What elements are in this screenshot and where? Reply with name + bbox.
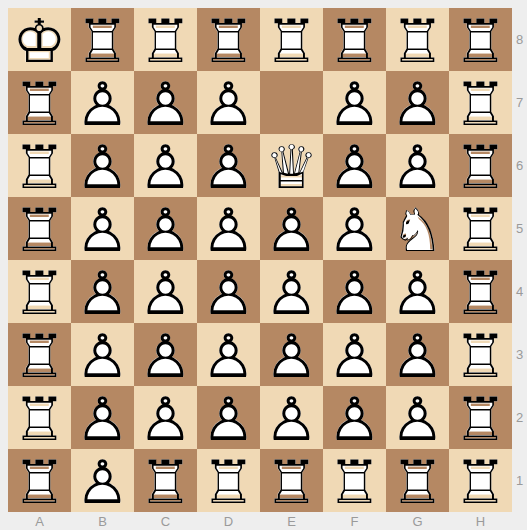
white-pawn-icon: ♟♙: [197, 260, 260, 323]
white-pawn-outline: ♙: [134, 71, 197, 134]
white-knight-icon: ♞♘: [386, 197, 449, 260]
white-pawn-outline: ♙: [71, 323, 134, 386]
square-a8[interactable]: ♚♔: [8, 8, 71, 71]
white-pawn-icon: ♟♙: [386, 323, 449, 386]
rank-label-6: 6: [512, 134, 527, 197]
white-rook-outline: ♖: [8, 260, 71, 323]
square-b5[interactable]: ♟♙: [71, 197, 134, 260]
white-rook-outline: ♖: [8, 449, 71, 512]
white-pawn-icon: ♟♙: [197, 386, 260, 449]
white-pawn-icon: ♟♙: [323, 386, 386, 449]
rank-label-5: 5: [512, 197, 527, 260]
white-pawn-outline: ♙: [323, 386, 386, 449]
white-pawn-outline: ♙: [386, 260, 449, 323]
white-rook-icon: ♜♖: [449, 260, 512, 323]
white-rook-icon: ♜♖: [323, 8, 386, 71]
white-rook-outline: ♖: [449, 71, 512, 134]
square-a5[interactable]: ♜♖: [8, 197, 71, 260]
white-pawn-outline: ♙: [71, 71, 134, 134]
square-d2[interactable]: ♟♙: [197, 386, 260, 449]
file-label-e: E: [260, 512, 323, 530]
white-rook-icon: ♜♖: [8, 197, 71, 260]
square-e6[interactable]: ♛♕: [260, 134, 323, 197]
square-a3[interactable]: ♜♖: [8, 323, 71, 386]
white-pawn-outline: ♙: [71, 197, 134, 260]
rank-label-4: 4: [512, 260, 527, 323]
square-h7[interactable]: ♜♖: [449, 71, 512, 134]
white-rook-icon: ♜♖: [449, 8, 512, 71]
square-f8[interactable]: ♜♖: [323, 8, 386, 71]
white-rook-outline: ♖: [8, 323, 71, 386]
square-f6[interactable]: ♟♙: [323, 134, 386, 197]
white-pawn-icon: ♟♙: [323, 134, 386, 197]
white-pawn-outline: ♙: [260, 197, 323, 260]
white-pawn-icon: ♟♙: [134, 260, 197, 323]
white-pawn-outline: ♙: [71, 134, 134, 197]
white-pawn-icon: ♟♙: [323, 71, 386, 134]
white-pawn-icon: ♟♙: [71, 260, 134, 323]
white-pawn-outline: ♙: [323, 71, 386, 134]
white-pawn-icon: ♟♙: [71, 449, 134, 512]
square-d6[interactable]: ♟♙: [197, 134, 260, 197]
white-pawn-outline: ♙: [323, 260, 386, 323]
white-rook-outline: ♖: [449, 134, 512, 197]
rank-label-8: 8: [512, 8, 527, 71]
white-pawn-outline: ♙: [197, 134, 260, 197]
chess-board: ♚♔♜♖♜♖♜♖♜♖♜♖♜♖♜♖♜♖♟♙♟♙♟♙♟♙♟♙♜♖♜♖♟♙♟♙♟♙♛♕…: [8, 8, 512, 512]
white-pawn-outline: ♙: [197, 197, 260, 260]
square-e7[interactable]: [260, 71, 323, 134]
square-b2[interactable]: ♟♙: [71, 386, 134, 449]
square-g2[interactable]: ♟♙: [386, 386, 449, 449]
file-label-f: F: [323, 512, 386, 530]
square-c2[interactable]: ♟♙: [134, 386, 197, 449]
square-e5[interactable]: ♟♙: [260, 197, 323, 260]
white-rook-outline: ♖: [197, 449, 260, 512]
square-h4[interactable]: ♜♖: [449, 260, 512, 323]
square-h1[interactable]: ♜♖: [449, 449, 512, 512]
white-pawn-outline: ♙: [71, 386, 134, 449]
square-e4[interactable]: ♟♙: [260, 260, 323, 323]
square-g1[interactable]: ♜♖: [386, 449, 449, 512]
white-pawn-icon: ♟♙: [197, 71, 260, 134]
square-h2[interactable]: ♜♖: [449, 386, 512, 449]
square-h6[interactable]: ♜♖: [449, 134, 512, 197]
white-pawn-outline: ♙: [260, 323, 323, 386]
file-label-h: H: [449, 512, 512, 530]
white-pawn-outline: ♙: [323, 134, 386, 197]
white-pawn-outline: ♙: [386, 386, 449, 449]
white-pawn-icon: ♟♙: [386, 134, 449, 197]
white-rook-outline: ♖: [323, 449, 386, 512]
white-rook-outline: ♖: [260, 8, 323, 71]
white-pawn-icon: ♟♙: [134, 323, 197, 386]
square-a6[interactable]: ♜♖: [8, 134, 71, 197]
white-pawn-icon: ♟♙: [260, 386, 323, 449]
white-pawn-icon: ♟♙: [323, 323, 386, 386]
square-c7[interactable]: ♟♙: [134, 71, 197, 134]
square-d7[interactable]: ♟♙: [197, 71, 260, 134]
white-rook-icon: ♜♖: [386, 8, 449, 71]
white-rook-icon: ♜♖: [260, 449, 323, 512]
white-king-icon: ♚♔: [8, 8, 71, 71]
white-pawn-icon: ♟♙: [197, 134, 260, 197]
square-d1[interactable]: ♜♖: [197, 449, 260, 512]
square-a2[interactable]: ♜♖: [8, 386, 71, 449]
white-rook-outline: ♖: [8, 197, 71, 260]
white-pawn-outline: ♙: [71, 260, 134, 323]
square-f3[interactable]: ♟♙: [323, 323, 386, 386]
white-pawn-outline: ♙: [197, 260, 260, 323]
white-pawn-outline: ♙: [134, 386, 197, 449]
white-rook-outline: ♖: [449, 323, 512, 386]
white-rook-outline: ♖: [449, 449, 512, 512]
white-rook-icon: ♜♖: [449, 71, 512, 134]
rank-label-3: 3: [512, 323, 527, 386]
square-c5[interactable]: ♟♙: [134, 197, 197, 260]
white-pawn-outline: ♙: [260, 386, 323, 449]
square-e2[interactable]: ♟♙: [260, 386, 323, 449]
white-rook-icon: ♜♖: [134, 8, 197, 71]
white-queen-outline: ♕: [260, 134, 323, 197]
white-pawn-outline: ♙: [134, 323, 197, 386]
white-rook-icon: ♜♖: [386, 449, 449, 512]
white-pawn-icon: ♟♙: [71, 197, 134, 260]
white-rook-outline: ♖: [449, 8, 512, 71]
white-pawn-icon: ♟♙: [197, 323, 260, 386]
white-rook-outline: ♖: [386, 8, 449, 71]
white-rook-outline: ♖: [71, 8, 134, 71]
square-d3[interactable]: ♟♙: [197, 323, 260, 386]
square-g7[interactable]: ♟♙: [386, 71, 449, 134]
white-pawn-icon: ♟♙: [71, 386, 134, 449]
rank-label-7: 7: [512, 71, 527, 134]
white-pawn-outline: ♙: [134, 260, 197, 323]
white-rook-outline: ♖: [8, 71, 71, 134]
white-rook-outline: ♖: [323, 8, 386, 71]
white-rook-icon: ♜♖: [8, 449, 71, 512]
white-pawn-outline: ♙: [260, 260, 323, 323]
white-rook-outline: ♖: [449, 197, 512, 260]
square-g6[interactable]: ♟♙: [386, 134, 449, 197]
white-pawn-icon: ♟♙: [134, 71, 197, 134]
white-rook-outline: ♖: [8, 386, 71, 449]
white-rook-icon: ♜♖: [197, 449, 260, 512]
white-pawn-outline: ♙: [197, 386, 260, 449]
white-rook-icon: ♜♖: [449, 386, 512, 449]
white-queen-icon: ♛♕: [260, 134, 323, 197]
white-rook-outline: ♖: [386, 449, 449, 512]
white-rook-outline: ♖: [449, 260, 512, 323]
file-label-d: D: [197, 512, 260, 530]
square-h5[interactable]: ♜♖: [449, 197, 512, 260]
white-pawn-outline: ♙: [386, 71, 449, 134]
white-pawn-outline: ♙: [197, 323, 260, 386]
chess-app: ♚♔♜♖♜♖♜♖♜♖♜♖♜♖♜♖♜♖♟♙♟♙♟♙♟♙♟♙♜♖♜♖♟♙♟♙♟♙♛♕…: [0, 0, 527, 530]
file-label-b: B: [71, 512, 134, 530]
file-coordinates: ABCDEFGH: [8, 512, 512, 530]
square-e3[interactable]: ♟♙: [260, 323, 323, 386]
square-g8[interactable]: ♜♖: [386, 8, 449, 71]
white-pawn-outline: ♙: [323, 197, 386, 260]
square-h8[interactable]: ♜♖: [449, 8, 512, 71]
white-pawn-outline: ♙: [197, 71, 260, 134]
white-pawn-outline: ♙: [71, 449, 134, 512]
white-pawn-icon: ♟♙: [71, 71, 134, 134]
white-pawn-icon: ♟♙: [71, 134, 134, 197]
white-rook-icon: ♜♖: [323, 449, 386, 512]
white-pawn-outline: ♙: [323, 323, 386, 386]
file-label-g: G: [386, 512, 449, 530]
white-pawn-outline: ♙: [134, 197, 197, 260]
white-rook-icon: ♜♖: [8, 323, 71, 386]
square-b3[interactable]: ♟♙: [71, 323, 134, 386]
square-c8[interactable]: ♜♖: [134, 8, 197, 71]
white-pawn-icon: ♟♙: [260, 197, 323, 260]
square-a4[interactable]: ♜♖: [8, 260, 71, 323]
white-pawn-icon: ♟♙: [323, 260, 386, 323]
square-g5[interactable]: ♞♘: [386, 197, 449, 260]
white-rook-icon: ♜♖: [449, 449, 512, 512]
white-rook-icon: ♜♖: [449, 197, 512, 260]
white-rook-icon: ♜♖: [449, 323, 512, 386]
square-d5[interactable]: ♟♙: [197, 197, 260, 260]
white-rook-icon: ♜♖: [8, 260, 71, 323]
white-rook-outline: ♖: [134, 8, 197, 71]
white-pawn-icon: ♟♙: [134, 134, 197, 197]
white-rook-icon: ♜♖: [197, 8, 260, 71]
white-rook-outline: ♖: [449, 386, 512, 449]
square-e1[interactable]: ♜♖: [260, 449, 323, 512]
file-label-a: A: [8, 512, 71, 530]
rank-label-2: 2: [512, 386, 527, 449]
white-knight-outline: ♘: [386, 197, 449, 260]
square-b1[interactable]: ♟♙: [71, 449, 134, 512]
square-e8[interactable]: ♜♖: [260, 8, 323, 71]
rank-label-1: 1: [512, 449, 527, 512]
square-f4[interactable]: ♟♙: [323, 260, 386, 323]
white-rook-outline: ♖: [260, 449, 323, 512]
white-pawn-icon: ♟♙: [134, 386, 197, 449]
square-g3[interactable]: ♟♙: [386, 323, 449, 386]
white-pawn-icon: ♟♙: [386, 71, 449, 134]
square-c4[interactable]: ♟♙: [134, 260, 197, 323]
white-pawn-icon: ♟♙: [134, 197, 197, 260]
square-f5[interactable]: ♟♙: [323, 197, 386, 260]
white-pawn-icon: ♟♙: [197, 197, 260, 260]
square-a7[interactable]: ♜♖: [8, 71, 71, 134]
white-rook-outline: ♖: [197, 8, 260, 71]
white-pawn-icon: ♟♙: [260, 260, 323, 323]
white-pawn-icon: ♟♙: [71, 323, 134, 386]
white-king-outline: ♔: [8, 8, 71, 71]
white-rook-icon: ♜♖: [71, 8, 134, 71]
white-pawn-outline: ♙: [386, 323, 449, 386]
white-pawn-icon: ♟♙: [386, 386, 449, 449]
white-rook-icon: ♜♖: [134, 449, 197, 512]
white-rook-outline: ♖: [8, 134, 71, 197]
square-b8[interactable]: ♜♖: [71, 8, 134, 71]
white-rook-icon: ♜♖: [260, 8, 323, 71]
square-c1[interactable]: ♜♖: [134, 449, 197, 512]
square-f7[interactable]: ♟♙: [323, 71, 386, 134]
white-rook-icon: ♜♖: [8, 386, 71, 449]
square-c3[interactable]: ♟♙: [134, 323, 197, 386]
square-b4[interactable]: ♟♙: [71, 260, 134, 323]
square-b6[interactable]: ♟♙: [71, 134, 134, 197]
white-pawn-icon: ♟♙: [386, 260, 449, 323]
white-rook-icon: ♜♖: [8, 71, 71, 134]
square-d8[interactable]: ♜♖: [197, 8, 260, 71]
square-f2[interactable]: ♟♙: [323, 386, 386, 449]
white-rook-outline: ♖: [134, 449, 197, 512]
white-pawn-outline: ♙: [386, 134, 449, 197]
white-rook-icon: ♜♖: [8, 134, 71, 197]
square-h3[interactable]: ♜♖: [449, 323, 512, 386]
white-pawn-icon: ♟♙: [260, 323, 323, 386]
rank-coordinates: 87654321: [512, 8, 527, 512]
square-d4[interactable]: ♟♙: [197, 260, 260, 323]
white-rook-icon: ♜♖: [449, 134, 512, 197]
white-pawn-outline: ♙: [134, 134, 197, 197]
square-g4[interactable]: ♟♙: [386, 260, 449, 323]
white-pawn-icon: ♟♙: [323, 197, 386, 260]
square-f1[interactable]: ♜♖: [323, 449, 386, 512]
square-b7[interactable]: ♟♙: [71, 71, 134, 134]
square-a1[interactable]: ♜♖: [8, 449, 71, 512]
file-label-c: C: [134, 512, 197, 530]
square-c6[interactable]: ♟♙: [134, 134, 197, 197]
